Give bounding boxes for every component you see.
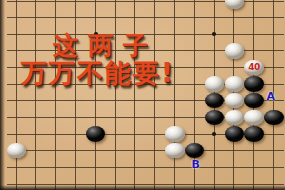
board-intersection[interactable] (244, 0, 264, 9)
board-intersection[interactable] (7, 142, 27, 159)
board-intersection[interactable] (106, 92, 126, 109)
board-intersection[interactable] (26, 9, 46, 26)
board-intersection[interactable] (224, 76, 244, 93)
black-stone (244, 76, 263, 92)
board-intersection[interactable]: A (264, 92, 284, 109)
board-intersection[interactable] (106, 159, 126, 176)
board-intersection[interactable] (205, 26, 225, 43)
board-intersection[interactable] (7, 159, 27, 176)
board-intersection[interactable] (46, 126, 66, 143)
board-intersection[interactable] (205, 159, 225, 176)
board-intersection[interactable] (125, 159, 145, 176)
board-intersection[interactable] (26, 126, 46, 143)
board-intersection[interactable] (125, 142, 145, 159)
black-stone (225, 126, 244, 142)
point-label-a: A (267, 90, 276, 103)
board-intersection[interactable] (165, 9, 185, 26)
board-intersection[interactable] (185, 142, 205, 159)
board-intersection[interactable] (185, 92, 205, 109)
board-intersection[interactable] (205, 76, 225, 93)
go-tutorial-screenshot: 40AB 这两子 万万不能要! (0, 0, 285, 190)
board-intersection[interactable] (205, 59, 225, 76)
board-intersection[interactable] (165, 126, 185, 143)
board-intersection[interactable] (7, 9, 27, 26)
board-intersection[interactable] (224, 109, 244, 126)
board-intersection[interactable] (244, 42, 264, 59)
board-intersection[interactable] (26, 0, 46, 9)
board-intersection[interactable] (244, 109, 264, 126)
board-intersection[interactable] (224, 26, 244, 43)
board-intersection[interactable] (106, 142, 126, 159)
screen-edge-shade-left (0, 0, 5, 190)
board-intersection[interactable] (264, 159, 284, 176)
white-stone (225, 93, 244, 109)
black-stone (244, 93, 263, 109)
board-intersection[interactable] (185, 0, 205, 9)
board-intersection[interactable] (106, 0, 126, 9)
board-intersection[interactable] (165, 92, 185, 109)
black-stone (86, 126, 105, 142)
board-intersection[interactable] (205, 142, 225, 159)
board-intersection[interactable] (264, 126, 284, 143)
board-intersection[interactable] (185, 126, 205, 143)
board-intersection[interactable] (66, 159, 86, 176)
black-stone (185, 143, 204, 159)
black-stone (205, 110, 224, 126)
board-intersection[interactable] (205, 92, 225, 109)
board-intersection[interactable] (185, 9, 205, 26)
board-intersection[interactable] (86, 126, 106, 143)
board-intersection[interactable] (66, 142, 86, 159)
white-stone (165, 143, 184, 159)
board-intersection[interactable] (86, 109, 106, 126)
board-intersection[interactable] (86, 0, 106, 9)
board-intersection[interactable] (125, 92, 145, 109)
board-intersection[interactable] (244, 9, 264, 26)
board-intersection[interactable] (165, 0, 185, 9)
board-intersection[interactable] (145, 159, 165, 176)
board-intersection[interactable] (66, 109, 86, 126)
screen-edge-shade-bottom (0, 185, 285, 190)
board-intersection[interactable] (224, 42, 244, 59)
board-intersection[interactable] (86, 142, 106, 159)
board-intersection[interactable] (205, 9, 225, 26)
board-intersection[interactable] (46, 0, 66, 9)
board-intersection[interactable] (264, 142, 284, 159)
black-stone (264, 110, 283, 126)
white-stone (225, 43, 244, 59)
board-intersection[interactable] (165, 109, 185, 126)
caption-line-2: 万万不能要! (21, 56, 175, 91)
board-intersection[interactable]: 40 (244, 59, 264, 76)
board-intersection[interactable] (205, 109, 225, 126)
board-intersection[interactable] (264, 9, 284, 26)
board-intersection[interactable] (224, 9, 244, 26)
board-intersection[interactable] (66, 126, 86, 143)
board-intersection[interactable] (244, 159, 264, 176)
board-intersection[interactable] (106, 9, 126, 26)
board-intersection[interactable] (46, 159, 66, 176)
board-intersection[interactable] (224, 142, 244, 159)
white-stone (244, 110, 263, 126)
board-intersection[interactable] (145, 142, 165, 159)
board-intersection[interactable] (244, 26, 264, 43)
board-intersection[interactable] (224, 59, 244, 76)
board-intersection[interactable] (46, 9, 66, 26)
board-intersection[interactable] (125, 9, 145, 26)
board-intersection[interactable] (66, 92, 86, 109)
board-intersection[interactable] (46, 109, 66, 126)
board-intersection[interactable] (205, 0, 225, 9)
board-intersection[interactable] (26, 159, 46, 176)
board-intersection[interactable] (224, 92, 244, 109)
board-intersection[interactable] (125, 126, 145, 143)
board-intersection[interactable] (165, 26, 185, 43)
white-stone (165, 126, 184, 142)
board-intersection[interactable] (165, 142, 185, 159)
board-intersection[interactable] (86, 92, 106, 109)
board-intersection[interactable] (145, 126, 165, 143)
board-intersection[interactable] (185, 109, 205, 126)
point-label-b: B (191, 158, 199, 171)
board-intersection[interactable] (125, 109, 145, 126)
move-number-label: 40 (244, 60, 263, 76)
board-intersection[interactable] (244, 92, 264, 109)
board-intersection[interactable] (185, 42, 205, 59)
board-intersection[interactable] (224, 159, 244, 176)
white-stone: 40 (244, 60, 263, 76)
board-intersection[interactable] (244, 126, 264, 143)
board-intersection[interactable] (185, 76, 205, 93)
board-intersection[interactable] (264, 42, 284, 59)
board-intersection[interactable] (145, 9, 165, 26)
board-intersection[interactable] (66, 0, 86, 9)
board-intersection[interactable] (26, 142, 46, 159)
board-intersection[interactable] (205, 42, 225, 59)
star-point (212, 32, 216, 36)
board-intersection[interactable] (86, 9, 106, 26)
board-intersection[interactable] (106, 109, 126, 126)
board-intersection[interactable] (264, 26, 284, 43)
board-intersection[interactable] (66, 9, 86, 26)
board-intersection[interactable] (264, 0, 284, 9)
board-intersection[interactable] (165, 159, 185, 176)
board-intersection[interactable] (125, 0, 145, 9)
board-intersection[interactable] (26, 92, 46, 109)
white-stone (225, 76, 244, 92)
white-stone (7, 143, 26, 159)
board-intersection[interactable] (145, 92, 165, 109)
board-intersection[interactable] (145, 0, 165, 9)
board-intersection[interactable] (264, 109, 284, 126)
board-intersection[interactable] (7, 126, 27, 143)
board-intersection[interactable] (26, 26, 46, 43)
board-intersection[interactable] (106, 126, 126, 143)
board-intersection[interactable] (7, 109, 27, 126)
board-intersection[interactable] (46, 142, 66, 159)
board-intersection[interactable] (46, 92, 66, 109)
board-intersection[interactable]: B (185, 159, 205, 176)
board-intersection[interactable] (7, 92, 27, 109)
board-intersection[interactable] (185, 26, 205, 43)
white-stone (225, 110, 244, 126)
star-point (212, 132, 216, 136)
board-intersection[interactable] (224, 0, 244, 9)
board-intersection[interactable] (26, 109, 46, 126)
board-intersection[interactable] (244, 142, 264, 159)
board-intersection[interactable] (86, 159, 106, 176)
black-stone (244, 126, 263, 142)
white-stone (225, 0, 244, 9)
board-intersection[interactable] (224, 126, 244, 143)
black-stone (205, 93, 224, 109)
board-intersection[interactable] (244, 76, 264, 93)
board-intersection[interactable] (145, 109, 165, 126)
board-intersection[interactable] (185, 59, 205, 76)
white-stone (205, 76, 224, 92)
board-intersection[interactable] (7, 26, 27, 43)
board-intersection[interactable] (7, 0, 27, 9)
board-intersection[interactable] (264, 59, 284, 76)
board-intersection[interactable] (205, 126, 225, 143)
